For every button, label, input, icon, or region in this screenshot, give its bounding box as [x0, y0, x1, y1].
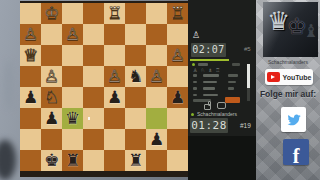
- square-d6[interactable]: [104, 108, 125, 129]
- square-d1[interactable]: ♖: [104, 3, 125, 24]
- panel-lower-area: [188, 136, 256, 180]
- black-pawn-b7: ♟: [149, 129, 164, 150]
- square-g1[interactable]: ♔: [41, 3, 62, 24]
- white-king-g1: ♔: [44, 3, 59, 24]
- square-d2[interactable]: [104, 24, 125, 45]
- square-g5[interactable]: ♘: [41, 87, 62, 108]
- white-knight-g5: ♘: [44, 87, 59, 108]
- white-pawn-a3: ♙: [170, 45, 185, 66]
- youtube-label: YouTube: [283, 74, 312, 81]
- white-queen-h3: ♕: [23, 45, 38, 66]
- square-h2[interactable]: ♙: [20, 24, 41, 45]
- online-dot: [192, 63, 195, 66]
- black-king-g8: ♚: [44, 150, 59, 171]
- youtube-play-icon: [267, 72, 280, 82]
- move-number-blur: [193, 94, 197, 97]
- square-a2[interactable]: [167, 24, 188, 45]
- player-name: Schachmalanders: [197, 111, 237, 117]
- square-d3[interactable]: [104, 45, 125, 66]
- channel-photo: ♛ ♚ ♝: [263, 2, 318, 57]
- black-pawn-g6: ♟: [44, 108, 59, 129]
- chess-app-panel: ♙ 02:07 #5 ♙♘♗♖ Schachmalanders 01:28 #1…: [188, 0, 256, 180]
- move-text-blur[interactable]: [228, 87, 234, 90]
- black-rook-f8: ♜: [65, 150, 80, 171]
- square-h1[interactable]: [20, 3, 41, 24]
- square-f4[interactable]: [62, 66, 83, 87]
- move-number-blur: [193, 87, 197, 90]
- square-b8[interactable]: [146, 150, 167, 171]
- square-b1[interactable]: [146, 3, 167, 24]
- move-text-blur[interactable]: [203, 87, 215, 90]
- follow-me-text: Folge mir auf:: [256, 89, 320, 99]
- mate-alert-badge: [225, 97, 240, 103]
- square-a3[interactable]: ♙: [167, 45, 188, 66]
- opponent-badge: #5: [244, 46, 251, 52]
- square-d7[interactable]: [104, 129, 125, 150]
- white-pawn-h2: ♙: [23, 24, 38, 45]
- player-clock: 01:28: [190, 118, 228, 133]
- square-f1[interactable]: [62, 3, 83, 24]
- square-a8[interactable]: [167, 150, 188, 171]
- square-g2[interactable]: [41, 24, 62, 45]
- move-number-blur: [193, 81, 197, 84]
- facebook-f-icon: f: [293, 147, 300, 165]
- square-a4[interactable]: [167, 66, 188, 87]
- square-f3[interactable]: [62, 45, 83, 66]
- square-g8[interactable]: ♚: [41, 150, 62, 171]
- scrollbar-thumb[interactable]: [247, 64, 250, 88]
- square-c2[interactable]: [125, 24, 146, 45]
- cursor-dot: [88, 117, 90, 120]
- square-c1[interactable]: [125, 3, 146, 24]
- square-a6[interactable]: [167, 108, 188, 129]
- twitter-bird-icon: [286, 113, 302, 127]
- status-text-blur: [198, 63, 208, 66]
- square-a7[interactable]: [167, 129, 188, 150]
- square-d5[interactable]: ♟: [104, 87, 125, 108]
- square-f7[interactable]: [62, 129, 83, 150]
- white-pawn-g4: ♙: [44, 66, 59, 87]
- board-frame: ♔♖♖♙♙♕♙♙♙♞♙♟♘♟♟♟♛♟♚♜♜: [20, 1, 188, 177]
- square-h4[interactable]: [20, 66, 41, 87]
- eval-progress-bar: [190, 59, 229, 61]
- square-h6[interactable]: [20, 108, 41, 129]
- channel-name-caption: Schachmalanders: [256, 59, 320, 65]
- facebook-button[interactable]: f: [283, 139, 309, 165]
- move-text-blur[interactable]: [228, 74, 238, 77]
- square-e4[interactable]: [83, 66, 104, 87]
- square-d4[interactable]: ♙: [104, 66, 125, 87]
- black-knight-c4: ♞: [128, 66, 143, 87]
- chess-board: ♔♖♖♙♙♕♙♙♙♞♙♟♘♟♟♟♛♟♚♜♜: [20, 3, 188, 171]
- thumbs-up-icon: [208, 101, 211, 106]
- square-b4[interactable]: ♙: [146, 66, 167, 87]
- square-f5[interactable]: [62, 87, 83, 108]
- square-c6[interactable]: [125, 108, 146, 129]
- white-rook-d1: ♖: [107, 3, 122, 24]
- square-c5[interactable]: [125, 87, 146, 108]
- square-c3[interactable]: [125, 45, 146, 66]
- white-pawn-f2: ♙: [65, 24, 80, 45]
- black-pawn-h5: ♟: [23, 87, 38, 108]
- player-online-dot: [191, 113, 194, 116]
- black-pawn-d5: ♟: [107, 87, 122, 108]
- captured-pieces-icons: ♙♘♗♖: [193, 67, 223, 73]
- black-rook-c8: ♜: [128, 150, 143, 171]
- square-e3[interactable]: [83, 45, 104, 66]
- video-frame: ♔♖♖♙♙♕♙♙♙♞♙♟♘♟♟♟♛♟♚♜♜ ♙ 02:07 #5 ♙♘♗♖ Sc…: [0, 0, 320, 180]
- white-pawn-b4: ♙: [149, 66, 164, 87]
- background-photo: [4, 60, 14, 110]
- square-e1[interactable]: [83, 3, 104, 24]
- square-e7[interactable]: [83, 129, 104, 150]
- photo-bishop-piece: ♝: [303, 22, 318, 40]
- background-photo: [0, 140, 16, 180]
- square-e5[interactable]: [83, 87, 104, 108]
- move-text-blur[interactable]: [228, 81, 236, 84]
- youtube-button[interactable]: YouTube: [265, 69, 313, 85]
- square-c4[interactable]: ♞: [125, 66, 146, 87]
- black-queen-f6: ♛: [65, 108, 80, 129]
- square-d8[interactable]: [104, 150, 125, 171]
- move-number-blur: [193, 74, 197, 77]
- square-f2[interactable]: ♙: [62, 24, 83, 45]
- square-f8[interactable]: ♜: [62, 150, 83, 171]
- move-text-blur[interactable]: [203, 94, 218, 97]
- square-g3[interactable]: [41, 45, 62, 66]
- player-badge: #19: [240, 122, 251, 129]
- move-text-blur[interactable]: [203, 81, 217, 84]
- black-pawn-a5: ♟: [170, 87, 185, 108]
- pawn-icon: ♙: [192, 30, 200, 40]
- opponent-clock: 02:07: [191, 43, 226, 57]
- square-g6[interactable]: ♟: [41, 108, 62, 129]
- white-pawn-d4: ♙: [107, 66, 122, 87]
- square-c7[interactable]: [125, 129, 146, 150]
- square-e8[interactable]: [83, 150, 104, 171]
- channel-sidebar: ♛ ♚ ♝ Schachmalanders YouTube Folge mir …: [256, 0, 320, 180]
- square-b3[interactable]: [146, 45, 167, 66]
- square-h7[interactable]: [20, 129, 41, 150]
- square-h5[interactable]: ♟: [20, 87, 41, 108]
- square-h3[interactable]: ♕: [20, 45, 41, 66]
- square-b6[interactable]: [146, 108, 167, 129]
- square-g4[interactable]: ♙: [41, 66, 62, 87]
- white-rook-a1: ♖: [170, 3, 185, 24]
- chat-bubble-icon[interactable]: [217, 102, 226, 109]
- square-b5[interactable]: [146, 87, 167, 108]
- square-b7[interactable]: ♟: [146, 129, 167, 150]
- square-g7[interactable]: [41, 129, 62, 150]
- square-c8[interactable]: ♜: [125, 150, 146, 171]
- square-f6[interactable]: ♛: [62, 108, 83, 129]
- square-e2[interactable]: [83, 24, 104, 45]
- square-a1[interactable]: ♖: [167, 3, 188, 24]
- square-h8[interactable]: [20, 150, 41, 171]
- photo-glare: [263, 2, 295, 57]
- move-text-blur[interactable]: [203, 74, 219, 77]
- square-a5[interactable]: ♟: [167, 87, 188, 108]
- square-e6[interactable]: [83, 108, 104, 129]
- status-text-blur: [232, 63, 240, 66]
- twitter-button[interactable]: [281, 107, 306, 132]
- square-b2[interactable]: [146, 24, 167, 45]
